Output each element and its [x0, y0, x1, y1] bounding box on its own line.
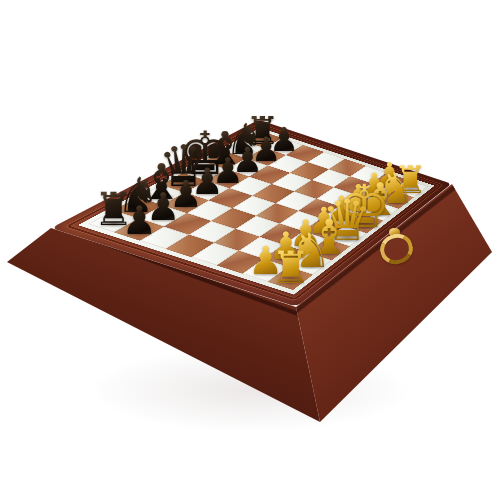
piece-gold-rook-a1[interactable]: ♜ [268, 245, 313, 290]
piece-dark-pawn-a7[interactable]: ♟ [120, 201, 159, 240]
